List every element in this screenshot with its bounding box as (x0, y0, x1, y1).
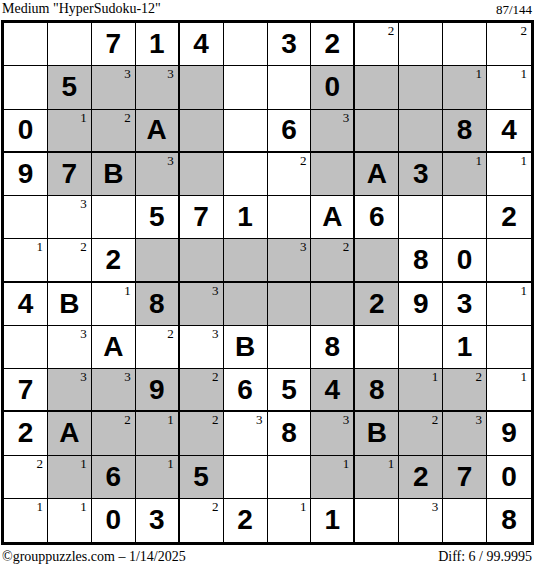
cell-r4c7[interactable]: 2 (268, 153, 312, 196)
pencil-mark: 1 (80, 111, 87, 125)
cell-r10c6[interactable]: 3 (224, 412, 268, 455)
cell-r11c6[interactable] (224, 456, 268, 499)
pencil-mark: 2 (36, 457, 43, 471)
cell-r12c6[interactable]: 2 (224, 499, 268, 542)
cell-value: 9 (149, 376, 165, 404)
cell-r6c3[interactable]: 2 (92, 239, 136, 282)
cell-r9c6[interactable]: 6 (224, 369, 268, 412)
cell-value: 6 (369, 203, 385, 231)
cell-r6c6[interactable] (224, 239, 268, 282)
cell-value: 0 (18, 116, 34, 144)
cell-r5c10[interactable] (399, 196, 443, 239)
cell-r1c6[interactable] (224, 23, 268, 66)
cell-r4c2[interactable]: 7 (48, 153, 92, 196)
cell-r2c5[interactable] (180, 66, 224, 109)
cell-r6c8[interactable]: 2 (311, 239, 355, 282)
cell-r4c12[interactable]: 1 (487, 153, 531, 196)
cell-r2c8[interactable]: 0 (311, 66, 355, 109)
cell-r12c4[interactable]: 3 (136, 499, 180, 542)
cell-r7c5[interactable]: 3 (180, 283, 224, 326)
cell-r5c9[interactable]: 6 (355, 196, 399, 239)
cell-r8c10[interactable] (399, 326, 443, 369)
cell-value: 2 (501, 203, 517, 231)
cell-r6c4[interactable] (136, 239, 180, 282)
cell-r2c11[interactable]: 1 (443, 66, 487, 109)
cell-r5c5[interactable]: 7 (180, 196, 224, 239)
cell-r1c11[interactable] (443, 23, 487, 66)
cell-r6c10[interactable]: 8 (399, 239, 443, 282)
cell-r5c11[interactable] (443, 196, 487, 239)
cell-r11c9[interactable]: 1 (355, 456, 399, 499)
cell-r3c3[interactable]: 2 (92, 110, 136, 153)
cell-r3c7[interactable]: 6 (268, 110, 312, 153)
cell-r3c5[interactable] (180, 110, 224, 153)
cell-r2c10[interactable] (399, 66, 443, 109)
pencil-mark: 3 (167, 67, 174, 81)
pencil-mark: 1 (80, 457, 87, 471)
difficulty-text: Diff: 6 / 99.9995 (438, 549, 532, 565)
cell-r1c5[interactable]: 4 (180, 23, 224, 66)
cell-value: 4 (501, 116, 517, 144)
cell-r10c7[interactable]: 8 (268, 412, 312, 455)
pencil-mark: 3 (343, 413, 350, 427)
cell-r4c1[interactable]: 9 (4, 153, 48, 196)
cell-value: 4 (193, 30, 209, 58)
pencil-mark: 1 (476, 67, 483, 81)
cell-value: 6 (106, 463, 122, 491)
pencil-mark: 1 (36, 240, 43, 254)
cell-r12c8[interactable]: 1 (311, 499, 355, 542)
cell-r3c6[interactable] (224, 110, 268, 153)
cell-r5c1[interactable] (4, 196, 48, 239)
cell-value: A (59, 419, 79, 447)
pencil-mark: 3 (124, 67, 131, 81)
pencil-mark: 1 (521, 67, 528, 81)
pencil-mark: 3 (300, 240, 307, 254)
cell-r12c7[interactable]: 1 (268, 499, 312, 542)
pencil-mark: 3 (80, 197, 87, 211)
cell-r7c3[interactable]: 1 (92, 283, 136, 326)
pencil-mark: 2 (80, 240, 87, 254)
cell-value: B (59, 290, 79, 318)
pencil-mark: 3 (212, 284, 219, 298)
cell-value: 7 (18, 376, 34, 404)
cell-value: 7 (457, 463, 473, 491)
cell-r11c7[interactable] (268, 456, 312, 499)
cell-value: 8 (149, 290, 165, 318)
cell-r1c8[interactable]: 2 (311, 23, 355, 66)
cell-value: A (147, 116, 167, 144)
pencil-mark: 1 (167, 457, 174, 471)
cell-r7c6[interactable] (224, 283, 268, 326)
cell-value: 9 (413, 290, 429, 318)
cell-value: B (103, 160, 123, 188)
cell-r6c11[interactable]: 0 (443, 239, 487, 282)
pencil-mark: 2 (388, 24, 395, 38)
cell-r8c4[interactable]: 2 (136, 326, 180, 369)
cell-r5c12[interactable]: 2 (487, 196, 531, 239)
cell-r1c4[interactable]: 1 (136, 23, 180, 66)
pencil-mark: 2 (124, 413, 131, 427)
cell-r3c4[interactable]: A (136, 110, 180, 153)
cell-r4c3[interactable]: B (92, 153, 136, 196)
pencil-mark: 3 (167, 154, 174, 168)
cell-value: A (322, 203, 342, 231)
pencil-mark: 2 (124, 111, 131, 125)
cell-r10c2[interactable]: A (48, 412, 92, 455)
cell-r3c10[interactable] (399, 110, 443, 153)
cell-value: 5 (281, 376, 297, 404)
cell-value: 9 (501, 419, 517, 447)
pencil-mark: 2 (521, 24, 528, 38)
cell-r3c1[interactable]: 0 (4, 110, 48, 153)
pencil-mark: 1 (300, 500, 307, 514)
copyright-text: ©grouppuzzles.com – 1/14/2025 (2, 549, 186, 565)
cell-value: B (367, 419, 387, 447)
cell-r3c11[interactable]: 8 (443, 110, 487, 153)
cell-r4c9[interactable]: A (355, 153, 399, 196)
pencil-mark: 1 (80, 500, 87, 514)
cell-r8c2[interactable]: 3 (48, 326, 92, 369)
puzzle-title: Medium "HyperSudoku-12" (2, 1, 161, 17)
cell-r4c11[interactable]: 1 (443, 153, 487, 196)
cell-r4c8[interactable] (311, 153, 355, 196)
cell-r2c6[interactable] (224, 66, 268, 109)
pencil-mark: 2 (212, 413, 219, 427)
cell-r3c9[interactable] (355, 110, 399, 153)
cell-value: 6 (281, 116, 297, 144)
cell-r12c12[interactable]: 8 (487, 499, 531, 542)
pencil-mark: 2 (212, 370, 219, 384)
cell-value: 8 (369, 376, 385, 404)
cell-r8c9[interactable] (355, 326, 399, 369)
cell-value: 0 (325, 73, 341, 101)
pencil-mark: 3 (80, 327, 87, 341)
cell-r10c9[interactable]: B (355, 412, 399, 455)
cell-r4c4[interactable]: 3 (136, 153, 180, 196)
cell-r12c5[interactable]: 2 (180, 499, 224, 542)
cell-r9c2[interactable]: 3 (48, 369, 92, 412)
cell-value: 8 (281, 419, 297, 447)
cell-r4c6[interactable] (224, 153, 268, 196)
cell-value: 9 (18, 160, 34, 188)
pencil-mark: 2 (300, 154, 307, 168)
cell-value: 0 (106, 506, 122, 534)
cell-r8c8[interactable]: 8 (311, 326, 355, 369)
pencil-mark: 1 (521, 154, 528, 168)
cell-r5c3[interactable] (92, 196, 136, 239)
pencil-mark: 1 (36, 500, 43, 514)
cell-r6c2[interactable]: 2 (48, 239, 92, 282)
progress-counter: 87/144 (496, 2, 532, 18)
cell-r2c2[interactable]: 5 (48, 66, 92, 109)
cell-value: 7 (62, 160, 78, 188)
cell-r5c6[interactable]: 1 (224, 196, 268, 239)
cell-r7c11[interactable]: 3 (443, 283, 487, 326)
pencil-mark: 1 (521, 370, 528, 384)
cell-r7c10[interactable]: 9 (399, 283, 443, 326)
cell-r11c4[interactable]: 1 (136, 456, 180, 499)
pencil-mark: 2 (343, 240, 350, 254)
cell-r1c2[interactable] (48, 23, 92, 66)
cell-r8c5[interactable]: 3 (180, 326, 224, 369)
pencil-mark: 3 (256, 413, 263, 427)
cell-r3c2[interactable]: 1 (48, 110, 92, 153)
cell-r10c1[interactable]: 2 (4, 412, 48, 455)
cell-r1c7[interactable]: 3 (268, 23, 312, 66)
cell-value: 1 (325, 506, 341, 534)
cell-r11c3[interactable]: 6 (92, 456, 136, 499)
cell-r7c7[interactable] (268, 283, 312, 326)
cell-r6c7[interactable]: 3 (268, 239, 312, 282)
cell-value: 3 (281, 30, 297, 58)
cell-r2c12[interactable]: 1 (487, 66, 531, 109)
pencil-mark: 1 (521, 284, 528, 298)
cell-r6c12[interactable] (487, 239, 531, 282)
cell-r1c12[interactable]: 2 (487, 23, 531, 66)
pencil-mark: 3 (343, 111, 350, 125)
pencil-mark: 3 (212, 327, 219, 341)
cell-r10c4[interactable]: 1 (136, 412, 180, 455)
cell-r11c1[interactable]: 2 (4, 456, 48, 499)
cell-r11c10[interactable]: 2 (399, 456, 443, 499)
cell-value: 1 (149, 30, 165, 58)
cell-value: 2 (369, 290, 385, 318)
cell-r9c7[interactable]: 5 (268, 369, 312, 412)
cell-r1c9[interactable]: 2 (355, 23, 399, 66)
cell-r7c4[interactable]: 8 (136, 283, 180, 326)
cell-r5c8[interactable]: A (311, 196, 355, 239)
cell-r6c9[interactable] (355, 239, 399, 282)
cell-r12c10[interactable]: 3 (399, 499, 443, 542)
cell-r9c9[interactable]: 8 (355, 369, 399, 412)
cell-r8c7[interactable] (268, 326, 312, 369)
pencil-mark: 2 (432, 413, 439, 427)
cell-value: 1 (457, 333, 473, 361)
cell-value: 2 (413, 463, 429, 491)
cell-r5c4[interactable]: 5 (136, 196, 180, 239)
cell-r1c3[interactable]: 7 (92, 23, 136, 66)
cell-r7c2[interactable]: B (48, 283, 92, 326)
cell-r10c10[interactable]: 2 (399, 412, 443, 455)
cell-r12c2[interactable]: 1 (48, 499, 92, 542)
cell-value: 3 (413, 160, 429, 188)
cell-r9c10[interactable]: 1 (399, 369, 443, 412)
cell-r9c4[interactable]: 9 (136, 369, 180, 412)
cell-r2c1[interactable] (4, 66, 48, 109)
cell-value: 8 (457, 116, 473, 144)
pencil-mark: 2 (212, 500, 219, 514)
cell-r10c11[interactable]: 3 (443, 412, 487, 455)
cell-value: A (103, 333, 123, 361)
cell-r11c8[interactable]: 1 (311, 456, 355, 499)
cell-r2c3[interactable]: 3 (92, 66, 136, 109)
pencil-mark: 3 (80, 370, 87, 384)
pencil-mark: 1 (432, 370, 439, 384)
cell-value: 1 (237, 203, 253, 231)
cell-value: 8 (501, 506, 517, 534)
cell-r7c12[interactable]: 1 (487, 283, 531, 326)
pencil-mark: 3 (432, 500, 439, 514)
cell-r9c8[interactable]: 4 (311, 369, 355, 412)
cell-r8c6[interactable]: B (224, 326, 268, 369)
cell-value: B (235, 333, 255, 361)
cell-value: 2 (18, 419, 34, 447)
cell-r12c3[interactable]: 0 (92, 499, 136, 542)
cell-r9c1[interactable]: 7 (4, 369, 48, 412)
cell-r7c9[interactable]: 2 (355, 283, 399, 326)
cell-r3c8[interactable]: 3 (311, 110, 355, 153)
pencil-mark: 1 (476, 154, 483, 168)
cell-r11c11[interactable]: 7 (443, 456, 487, 499)
cell-r7c8[interactable] (311, 283, 355, 326)
cell-r4c5[interactable] (180, 153, 224, 196)
cell-r4c10[interactable]: 3 (399, 153, 443, 196)
cell-r11c2[interactable]: 1 (48, 456, 92, 499)
cell-r12c9[interactable] (355, 499, 399, 542)
cell-value: 0 (501, 463, 517, 491)
cell-value: 4 (18, 290, 34, 318)
pencil-mark: 1 (124, 284, 131, 298)
cell-r8c3[interactable]: A (92, 326, 136, 369)
pencil-mark: 2 (476, 370, 483, 384)
cell-value: 2 (237, 506, 253, 534)
cell-r8c1[interactable] (4, 326, 48, 369)
cell-value: 7 (106, 30, 122, 58)
cell-value: 3 (457, 290, 473, 318)
cell-value: 0 (457, 246, 473, 274)
pencil-mark: 1 (388, 457, 395, 471)
cell-r11c12[interactable]: 0 (487, 456, 531, 499)
cell-value: 2 (325, 30, 341, 58)
sudoku-grid: 7143222533011012A638497B32A3113571A62122… (1, 20, 534, 545)
cell-value: 3 (149, 506, 165, 534)
cell-r1c10[interactable] (399, 23, 443, 66)
page: Medium "HyperSudoku-12" 87/144 714322253… (0, 0, 535, 569)
pencil-mark: 3 (476, 413, 483, 427)
cell-r7c1[interactable]: 4 (4, 283, 48, 326)
cell-r9c11[interactable]: 2 (443, 369, 487, 412)
cell-r5c7[interactable] (268, 196, 312, 239)
cell-r12c1[interactable]: 1 (4, 499, 48, 542)
cell-r2c7[interactable] (268, 66, 312, 109)
cell-value: 5 (62, 73, 78, 101)
cell-value: 5 (193, 463, 209, 491)
cell-r8c12[interactable] (487, 326, 531, 369)
cell-r10c8[interactable]: 3 (311, 412, 355, 455)
pencil-mark: 1 (343, 457, 350, 471)
cell-r5c2[interactable]: 3 (48, 196, 92, 239)
cell-r6c5[interactable] (180, 239, 224, 282)
cell-r10c3[interactable]: 2 (92, 412, 136, 455)
cell-r3c12[interactable]: 4 (487, 110, 531, 153)
pencil-mark: 1 (167, 413, 174, 427)
cell-r1c1[interactable] (4, 23, 48, 66)
cell-value: A (367, 160, 387, 188)
pencil-mark: 2 (167, 327, 174, 341)
cell-r11c5[interactable]: 5 (180, 456, 224, 499)
cell-r6c1[interactable]: 1 (4, 239, 48, 282)
cell-r9c12[interactable]: 1 (487, 369, 531, 412)
cell-r12c11[interactable] (443, 499, 487, 542)
cell-r2c4[interactable]: 3 (136, 66, 180, 109)
cell-value: 2 (106, 246, 122, 274)
cell-value: 8 (413, 246, 429, 274)
cell-value: 8 (325, 333, 341, 361)
cell-value: 5 (149, 203, 165, 231)
cell-r10c12[interactable]: 9 (487, 412, 531, 455)
cell-r10c5[interactable]: 2 (180, 412, 224, 455)
cell-value: 7 (193, 203, 209, 231)
cell-r8c11[interactable]: 1 (443, 326, 487, 369)
cell-value: 4 (325, 376, 341, 404)
cell-r2c9[interactable] (355, 66, 399, 109)
cell-r9c3[interactable]: 3 (92, 369, 136, 412)
pencil-mark: 3 (124, 370, 131, 384)
cell-value: 6 (237, 376, 253, 404)
cell-r9c5[interactable]: 2 (180, 369, 224, 412)
